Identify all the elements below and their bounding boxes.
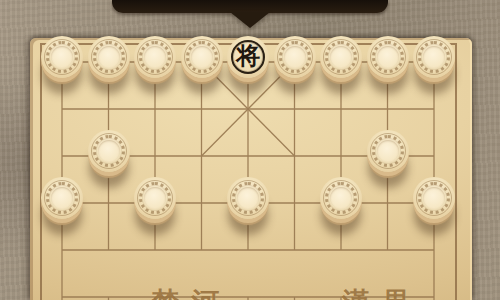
piece-face-down[interactable] (413, 177, 455, 219)
piece-blank-face (377, 140, 399, 162)
piece-blank-face (284, 46, 306, 68)
piece-face-down[interactable] (88, 130, 130, 172)
xiangqi-game-screen: 楚河 漢界 将 (0, 0, 500, 300)
piece-blank-face (237, 187, 259, 209)
banner-pointer-arrow-icon (230, 12, 270, 28)
piece-face-down[interactable] (134, 177, 176, 219)
piece-blank-face (191, 46, 213, 68)
piece-blank-face (330, 187, 352, 209)
piece-face-down[interactable] (41, 177, 83, 219)
piece-face-down[interactable] (367, 130, 409, 172)
piece-blank-face (423, 46, 445, 68)
piece-face-down[interactable] (181, 36, 223, 78)
river-label-chu-he: 楚河 (125, 283, 245, 300)
piece-blank-face (98, 46, 120, 68)
piece-face-down[interactable] (134, 36, 176, 78)
piece-face-down[interactable] (367, 36, 409, 78)
piece-face-down[interactable] (320, 36, 362, 78)
piece-blank-face (423, 187, 445, 209)
piece-face-down[interactable] (274, 36, 316, 78)
piece-blank-face (51, 46, 73, 68)
piece-blank-face (144, 46, 166, 68)
general-ink-circle: 将 (231, 40, 265, 74)
piece-blank-face (144, 187, 166, 209)
piece-general-revealed[interactable]: 将 (227, 36, 269, 78)
piece-blank-face (330, 46, 352, 68)
river-label-han-jie: 漢界 (316, 283, 436, 300)
piece-face-down[interactable] (41, 36, 83, 78)
piece-face-down[interactable] (413, 36, 455, 78)
piece-face-down[interactable] (227, 177, 269, 219)
piece-blank-face (51, 187, 73, 209)
piece-face-down[interactable] (88, 36, 130, 78)
general-character: 将 (236, 44, 260, 68)
piece-blank-face (98, 140, 120, 162)
piece-face-down[interactable] (320, 177, 362, 219)
piece-blank-face (377, 46, 399, 68)
